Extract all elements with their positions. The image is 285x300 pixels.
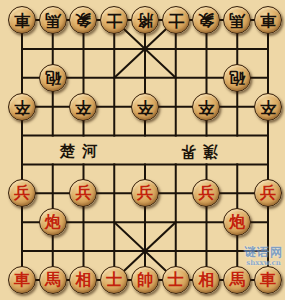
piece-black-advisor[interactable]: 士 [162,6,190,34]
piece-black-chariot[interactable]: 車 [8,6,36,34]
piece-glyph: 馬 [229,272,245,288]
piece-black-soldier[interactable]: 卒 [254,93,282,121]
piece-black-horse[interactable]: 馬 [39,6,67,34]
piece-glyph: 象 [75,12,91,28]
piece-glyph: 相 [198,272,214,288]
piece-glyph: 兵 [75,185,91,201]
piece-black-elephant[interactable]: 象 [192,6,220,34]
piece-black-cannon[interactable]: 砲 [39,64,67,92]
piece-glyph: 車 [260,12,276,28]
piece-red-horse[interactable]: 馬 [223,266,251,294]
piece-black-soldier[interactable]: 卒 [192,93,220,121]
piece-glyph: 士 [168,272,184,288]
piece-glyph: 炮 [229,214,245,230]
piece-glyph: 炮 [45,214,61,230]
piece-glyph: 帥 [137,272,153,288]
piece-red-general[interactable]: 帥 [131,266,159,294]
piece-black-advisor[interactable]: 士 [100,6,128,34]
piece-red-horse[interactable]: 馬 [39,266,67,294]
piece-red-chariot[interactable]: 車 [254,266,282,294]
piece-glyph: 卒 [137,99,153,115]
piece-glyph: 士 [106,272,122,288]
piece-glyph: 兵 [198,185,214,201]
piece-black-elephant[interactable]: 象 [69,6,97,34]
piece-glyph: 馬 [229,12,245,28]
piece-black-soldier[interactable]: 卒 [69,93,97,121]
piece-glyph: 兵 [14,185,30,201]
piece-glyph: 砲 [229,70,245,86]
piece-black-cannon[interactable]: 砲 [223,64,251,92]
piece-glyph: 馬 [45,272,61,288]
piece-glyph: 卒 [14,99,30,115]
piece-red-soldier[interactable]: 兵 [192,179,220,207]
piece-glyph: 士 [106,12,122,28]
piece-red-elephant[interactable]: 相 [69,266,97,294]
piece-glyph: 卒 [260,99,276,115]
piece-glyph: 馬 [45,12,61,28]
piece-glyph: 兵 [137,185,153,201]
piece-black-soldier[interactable]: 卒 [131,93,159,121]
piece-glyph: 士 [168,12,184,28]
piece-red-elephant[interactable]: 相 [192,266,220,294]
piece-red-soldier[interactable]: 兵 [131,179,159,207]
piece-black-general[interactable]: 將 [131,6,159,34]
watermark: 谜语网 shxxw.cn [244,246,283,267]
piece-red-advisor[interactable]: 士 [162,266,190,294]
piece-red-soldier[interactable]: 兵 [254,179,282,207]
piece-black-horse[interactable]: 馬 [223,6,251,34]
xiangqi-board[interactable]: 楚河 漢界 車馬象士將士象馬車砲砲卒卒卒卒卒兵兵兵兵兵炮炮車馬相士帥士相馬車 谜… [0,0,285,300]
piece-red-advisor[interactable]: 士 [100,266,128,294]
piece-red-chariot[interactable]: 車 [8,266,36,294]
piece-glyph: 砲 [45,70,61,86]
piece-glyph: 相 [75,272,91,288]
piece-glyph: 兵 [260,185,276,201]
piece-black-chariot[interactable]: 車 [254,6,282,34]
piece-glyph: 車 [14,12,30,28]
piece-red-cannon[interactable]: 炮 [39,208,67,236]
piece-glyph: 車 [14,272,30,288]
watermark-site-url: shxxw.cn [244,259,283,267]
piece-glyph: 象 [198,12,214,28]
piece-grid: 車馬象士將士象馬車砲砲卒卒卒卒卒兵兵兵兵兵炮炮車馬相士帥士相馬車 [7,6,284,295]
piece-black-soldier[interactable]: 卒 [8,93,36,121]
piece-red-soldier[interactable]: 兵 [69,179,97,207]
piece-glyph: 卒 [75,99,91,115]
piece-glyph: 車 [260,272,276,288]
piece-red-soldier[interactable]: 兵 [8,179,36,207]
piece-red-cannon[interactable]: 炮 [223,208,251,236]
piece-glyph: 卒 [198,99,214,115]
piece-glyph: 將 [137,12,153,28]
